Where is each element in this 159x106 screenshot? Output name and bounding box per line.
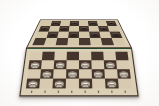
white-piece[interactable]: ⛂ [26,78,40,88]
fold-green-strip [27,48,97,49]
white-piece[interactable]: ⛂ [92,69,105,78]
board-square-r5c8[interactable] [115,52,128,61]
board-square-r8c3[interactable]: ⛂ [52,79,66,89]
checkers-board-photo: ⛂⛂⛂⛂⛂⛂⛂⛂⛂⛂⛂⛂ ⛂⛂⛂⛂⛂⛂⛂⛂⛂⛂⛂⛂ [0,0,159,106]
board-square-r6c1[interactable]: ⛂ [28,60,42,69]
board-square-r8c2[interactable] [39,79,53,89]
board-square-r4c5[interactable] [79,38,91,45]
white-piece[interactable]: ⛂ [40,69,54,78]
edge-tick-marks [31,91,127,93]
board-square-r4c8[interactable] [112,38,126,45]
black-piece[interactable]: ⛂ [109,31,122,37]
board-square-r8c4[interactable] [66,79,79,89]
white-piece[interactable]: ⛂ [52,78,66,88]
board-square-r7c2[interactable]: ⛂ [40,69,54,78]
board-square-r4c4[interactable] [67,38,79,45]
board-square-r6c5[interactable]: ⛂ [79,60,92,69]
black-piece[interactable]: ⛂ [68,31,79,37]
board-square-r8c8[interactable] [118,79,132,89]
white-piece[interactable]: ⛂ [79,60,92,69]
board-far-half: ⛂⛂⛂⛂⛂⛂⛂⛂⛂⛂⛂⛂ [26,20,132,48]
board-square-r5c4[interactable] [67,52,79,61]
board-square-r5c2[interactable] [42,52,55,61]
white-piece[interactable]: ⛂ [104,60,117,69]
board-square-r7c4[interactable]: ⛂ [66,69,79,78]
white-piece[interactable]: ⛂ [66,69,79,78]
board-square-r8c7[interactable]: ⛂ [105,79,119,89]
white-piece[interactable]: ⛂ [28,60,41,69]
board-square-r8c6[interactable] [92,79,106,89]
board-square-r8c1[interactable]: ⛂ [26,79,40,89]
white-piece[interactable]: ⛂ [117,69,131,78]
board-near-half: ⛂⛂⛂⛂⛂⛂⛂⛂⛂⛂⛂⛂ [19,48,138,96]
board-bottom-grid: ⛂⛂⛂⛂⛂⛂⛂⛂⛂⛂⛂⛂ [26,52,132,89]
white-piece[interactable]: ⛂ [79,78,92,88]
board-square-r4c3[interactable] [56,38,69,45]
white-piece[interactable]: ⛂ [54,60,67,69]
board-square-r8c5[interactable]: ⛂ [79,79,92,89]
board-square-r6c3[interactable]: ⛂ [54,60,67,69]
board-square-r7c6[interactable]: ⛂ [92,69,105,78]
board-square-r6c7[interactable]: ⛂ [104,60,117,69]
board-top-grid: ⛂⛂⛂⛂⛂⛂⛂⛂⛂⛂⛂⛂ [32,21,126,45]
board-square-r7c8[interactable]: ⛂ [117,69,131,78]
board-square-r5c6[interactable] [91,52,104,61]
white-piece[interactable]: ⛂ [105,78,119,88]
